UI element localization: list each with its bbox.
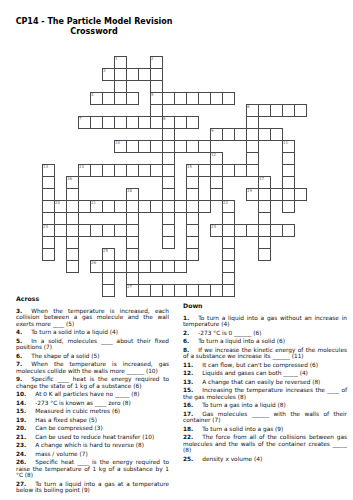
clue-text: The force from all of the collisions bet…	[183, 434, 347, 453]
clue-number: 7.	[16, 361, 31, 367]
grid-cell[interactable]	[222, 284, 235, 297]
clue-item: 10.At 0 K all particles have no _____ (8…	[16, 391, 169, 397]
clue-text: A change which is hard to reverse (8)	[35, 442, 144, 448]
across-clue-list: Across 3.When the temperature is increas…	[16, 296, 169, 496]
crossword-grid: 1234567891011121314151617181920212223242…	[42, 56, 308, 298]
grid-cell[interactable]	[282, 224, 295, 237]
page-title-line2: Crossword	[0, 27, 188, 37]
clue-number: 22.	[183, 434, 202, 440]
clue-item: 4.To turn a solid into a liquid (4)	[16, 329, 169, 335]
clue-text: density x volume (4)	[202, 456, 262, 462]
clue-text: To turn a solid into a gas (9)	[202, 426, 283, 432]
grid-cell[interactable]	[186, 248, 199, 261]
clue-item: 18.To turn a solid into a gas (9)	[183, 426, 347, 432]
clue-number: 3.	[16, 308, 31, 314]
clue-number: 26.	[16, 459, 35, 465]
clue-number: 11.	[183, 362, 202, 368]
clue-item: 20.Can be compressed (3)	[16, 425, 169, 431]
cell-number: 21	[91, 201, 96, 205]
clue-text: At 0 K all particles have no _____ (8)	[35, 391, 139, 397]
clue-text: mass / volume (7)	[35, 451, 87, 457]
grid-cell[interactable]	[282, 200, 295, 213]
clue-text: Has a fixed shape (5)	[35, 417, 97, 423]
down-header: Down	[183, 303, 347, 310]
cell-number: 5	[151, 93, 154, 97]
clue-number: 1.	[183, 315, 198, 321]
clue-number: 16.	[183, 402, 202, 408]
clue-item: 2.-273 °C is 0 ______ (6)	[183, 330, 347, 336]
clue-number: 27.	[16, 481, 35, 487]
cell-number: 1	[115, 57, 118, 61]
cell-number: 7	[79, 117, 82, 121]
clue-item: 27.To turn a liquid into a gas at a temp…	[16, 481, 169, 494]
clue-text: To turn a liquid into a solid (6)	[198, 338, 285, 344]
grid-cell[interactable]	[174, 260, 187, 273]
clue-text: Measured in cubic metres (6)	[35, 408, 120, 414]
clue-item: 15.Measured in cubic metres (6)	[16, 408, 169, 414]
clue-text: Increasing the temperature increases the…	[183, 387, 347, 399]
cell-number: 10	[115, 141, 120, 145]
clue-number: 15.	[16, 408, 35, 414]
clue-text: It can flow, but can't be compressed (6)	[202, 362, 318, 368]
clue-text: In a solid, molecules ____ about their f…	[16, 338, 169, 350]
clue-item: 21.Can be used to reduce heat transfer (…	[16, 434, 169, 440]
cell-number: 26	[91, 261, 96, 265]
clue-number: 21.	[16, 434, 35, 440]
clue-number: 25.	[183, 456, 202, 462]
clue-number: 6.	[16, 353, 31, 359]
cell-number: 12	[211, 153, 216, 157]
clue-item: 16.To turn a gas into a liquid (8)	[183, 402, 347, 408]
clue-item: 9.Specific ____ heat is the energy requi…	[16, 376, 169, 389]
grid-cell[interactable]	[186, 116, 199, 129]
clue-number: 8.	[183, 347, 198, 353]
clue-number: 17.	[183, 411, 202, 417]
clue-item: 15.Increasing the temperature increases …	[183, 387, 347, 400]
clue-number: 14.	[16, 400, 35, 406]
clue-item: 3.When the temperature is increased, eac…	[16, 308, 169, 327]
across-header: Across	[16, 296, 169, 303]
cell-number: 9	[211, 129, 214, 133]
cell-number: 18	[127, 189, 132, 193]
clue-item: 24.mass / volume (7)	[16, 451, 169, 457]
clue-item: 22.The force from all of the collisions …	[183, 434, 347, 453]
clue-number: 24.	[16, 451, 35, 457]
cell-number: 15	[187, 165, 192, 169]
cell-number: 16	[67, 177, 72, 181]
clue-number: 19.	[16, 417, 35, 423]
grid-cell[interactable]	[258, 248, 271, 261]
clue-text: Can be compressed (3)	[35, 425, 102, 431]
grid-cell[interactable]	[66, 260, 79, 273]
clue-number: 5.	[16, 338, 31, 344]
grid-cell[interactable]	[222, 92, 235, 105]
clue-number: 20.	[16, 425, 35, 431]
cell-number: 8	[163, 117, 166, 121]
cell-number: 27	[127, 285, 132, 289]
grid-cell[interactable]	[42, 248, 55, 261]
clue-item: 25.density x volume (4)	[183, 456, 347, 462]
clue-number: 10.	[16, 391, 35, 397]
grid-cell[interactable]	[162, 236, 175, 249]
cell-number: 14	[79, 165, 84, 169]
cell-number: 23	[43, 225, 48, 229]
clue-number: 6.	[183, 338, 198, 344]
clue-text: To turn a liquid into a gas without an i…	[183, 315, 347, 327]
clue-text: To turn a solid into a liquid (4)	[31, 329, 118, 335]
clue-text: Liquids and gases can both _____ (4)	[202, 370, 308, 376]
clue-text: A change that can easily be reversed (8)	[202, 379, 320, 385]
clue-item: 6.The shape of a solid (5)	[16, 353, 169, 359]
clue-text: Specific ____ heat is the energy require…	[16, 376, 169, 388]
clue-number: 13.	[183, 379, 202, 385]
clue-text: -273 °C is known as ____ zero (8)	[35, 400, 130, 406]
cell-number: 25	[103, 249, 108, 253]
clue-number: 23.	[16, 442, 35, 448]
clue-text: Can be used to reduce heat transfer (10)	[35, 434, 154, 440]
cell-number: 24	[211, 225, 216, 229]
clue-number: 12.	[183, 370, 202, 376]
clue-text: Gas molecules ______ with the walls of t…	[183, 411, 347, 423]
clue-item: 12.Liquids and gases can both _____ (4)	[183, 370, 347, 376]
clue-item: 13.A change that can easily be reversed …	[183, 379, 347, 385]
cell-number: 17	[259, 177, 264, 181]
cell-number: 20	[55, 201, 60, 205]
clue-item: 17.Gas molecules ______ with the walls o…	[183, 411, 347, 424]
clue-item: 6.To turn a liquid into a solid (6)	[183, 338, 347, 344]
clue-text: The shape of a solid (5)	[31, 353, 99, 359]
clue-item: 8.If we increase the kinetic energy of t…	[183, 347, 347, 360]
clue-text: Specific heat ____ is the energy require…	[16, 459, 169, 478]
down-clue-list: Down 1.To turn a liquid into a gas witho…	[183, 303, 347, 464]
clue-item: 1.To turn a liquid into a gas without an…	[183, 315, 347, 328]
worksheet-page: { "title": { "line1": "CP14 - The Partic…	[0, 0, 353, 500]
clue-text: When the temperature is increased, gas m…	[16, 361, 169, 373]
cell-number: 22	[223, 201, 228, 205]
clue-number: 4.	[16, 329, 31, 335]
clue-item: 26.Specific heat ____ is the energy requ…	[16, 459, 169, 478]
clue-number: 9.	[16, 376, 31, 382]
grid-cell[interactable]	[294, 104, 307, 117]
grid-cell[interactable]	[294, 188, 307, 201]
clue-number: 2.	[183, 330, 198, 336]
cell-number: 11	[283, 141, 288, 145]
clue-text: To turn a liquid into a gas at a tempera…	[16, 481, 169, 493]
clue-item: 5.In a solid, molecules ____ about their…	[16, 338, 169, 351]
clue-text: -273 °C is 0 ______ (6)	[198, 330, 261, 336]
clue-item: 11.It can flow, but can't be compressed …	[183, 362, 347, 368]
clue-item: 19.Has a fixed shape (5)	[16, 417, 169, 423]
clue-item: 14.-273 °C is known as ____ zero (8)	[16, 400, 169, 406]
page-title-line1: CP14 - The Particle Model Revision	[0, 17, 188, 27]
clue-item: 23.A change which is hard to reverse (8)	[16, 442, 169, 448]
clue-text: To turn a gas into a liquid (8)	[202, 402, 285, 408]
cell-number: 19	[247, 189, 252, 193]
cell-number: 6	[247, 105, 250, 109]
clue-text: If we increase the kinetic energy of the…	[183, 347, 347, 359]
page-title: CP14 - The Particle Model Revision Cross…	[0, 17, 188, 38]
cell-number: 4	[91, 93, 94, 97]
grid-cell[interactable]	[198, 200, 211, 213]
clue-number: 18.	[183, 426, 202, 432]
cell-number: 13	[43, 165, 48, 169]
clue-item: 7.When the temperature is increased, gas…	[16, 361, 169, 374]
cell-number: 3	[103, 69, 106, 73]
cell-number: 2	[151, 57, 154, 61]
grid-cell[interactable]	[126, 92, 139, 105]
clue-number: 15.	[183, 387, 202, 393]
clue-text: When the temperature is increased, each …	[16, 308, 169, 327]
